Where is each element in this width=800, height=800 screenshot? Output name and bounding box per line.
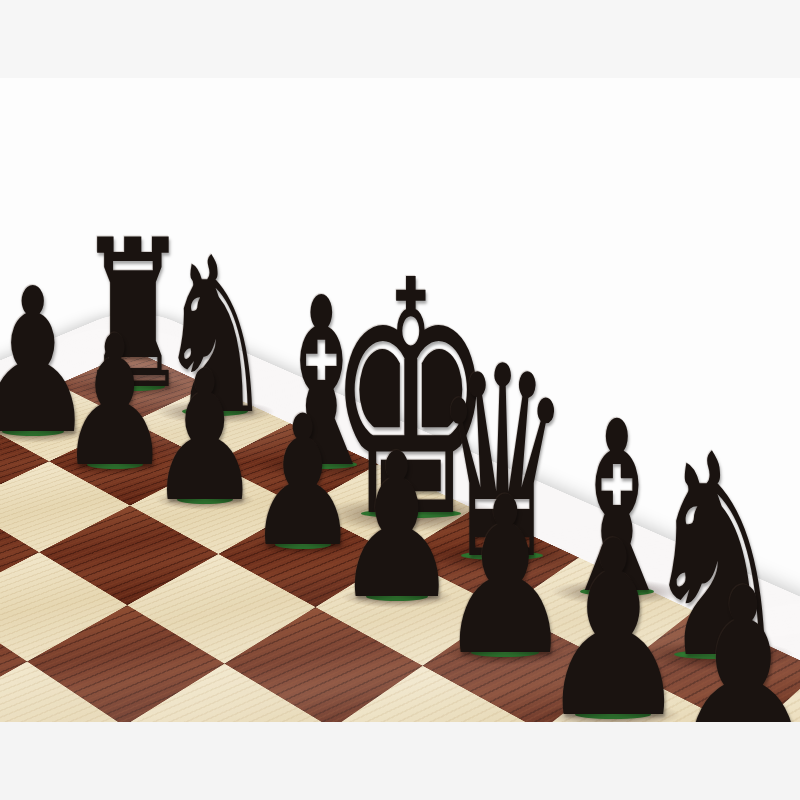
product-photo-page: ♟♜♟♞♟♝♟♚♟♛♟♝♟♞♟♜	[0, 0, 800, 800]
bottom-background-band	[0, 722, 800, 800]
top-background-band	[0, 0, 800, 78]
chess-board	[0, 304, 800, 722]
photo-area: ♟♜♟♞♟♝♟♚♟♛♟♝♟♞♟♜	[0, 78, 800, 722]
board-squares	[0, 351, 800, 722]
